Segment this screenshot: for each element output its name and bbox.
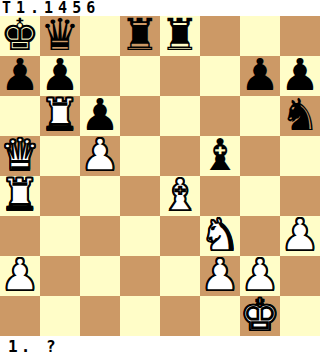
piece-black-pawn: ♟ — [0, 55, 39, 95]
square-d2[interactable] — [120, 256, 160, 296]
square-g1[interactable]: ♚ — [240, 296, 280, 336]
square-e6[interactable] — [160, 96, 200, 136]
square-a2[interactable]: ♟ — [0, 256, 40, 296]
square-b6[interactable]: ♜ — [40, 96, 80, 136]
square-b1[interactable] — [40, 296, 80, 336]
piece-white-rook: ♜ — [0, 175, 39, 215]
square-d4[interactable] — [120, 176, 160, 216]
square-f5[interactable]: ♝ — [200, 136, 240, 176]
piece-white-pawn: ♟ — [80, 135, 119, 175]
square-g4[interactable] — [240, 176, 280, 216]
square-c4[interactable] — [80, 176, 120, 216]
square-h2[interactable] — [280, 256, 320, 296]
square-b5[interactable] — [40, 136, 80, 176]
square-c5[interactable]: ♟ — [80, 136, 120, 176]
piece-black-pawn: ♟ — [240, 55, 279, 95]
square-e8[interactable]: ♜ — [160, 16, 200, 56]
square-g7[interactable]: ♟ — [240, 56, 280, 96]
square-e3[interactable] — [160, 216, 200, 256]
square-h1[interactable] — [280, 296, 320, 336]
square-e1[interactable] — [160, 296, 200, 336]
square-d7[interactable] — [120, 56, 160, 96]
piece-white-bishop: ♝ — [160, 175, 199, 215]
square-e7[interactable] — [160, 56, 200, 96]
square-d5[interactable] — [120, 136, 160, 176]
piece-black-knight: ♞ — [280, 95, 319, 135]
square-c8[interactable] — [80, 16, 120, 56]
chess-board: ♚♛♜♜♟♟♟♟♜♟♞♛♟♝♜♝♞♟♟♟♟♚ — [0, 16, 320, 336]
square-c1[interactable] — [80, 296, 120, 336]
square-h6[interactable]: ♞ — [280, 96, 320, 136]
square-f7[interactable] — [200, 56, 240, 96]
piece-black-bishop: ♝ — [200, 135, 239, 175]
square-f8[interactable] — [200, 16, 240, 56]
square-b4[interactable] — [40, 176, 80, 216]
square-d3[interactable] — [120, 216, 160, 256]
square-c2[interactable] — [80, 256, 120, 296]
piece-black-rook: ♜ — [160, 15, 199, 55]
square-e4[interactable]: ♝ — [160, 176, 200, 216]
piece-white-pawn: ♟ — [280, 215, 319, 255]
square-f2[interactable]: ♟ — [200, 256, 240, 296]
square-a1[interactable] — [0, 296, 40, 336]
square-e2[interactable] — [160, 256, 200, 296]
square-h3[interactable]: ♟ — [280, 216, 320, 256]
piece-white-pawn: ♟ — [0, 255, 39, 295]
square-d8[interactable]: ♜ — [120, 16, 160, 56]
square-f1[interactable] — [200, 296, 240, 336]
square-c3[interactable] — [80, 216, 120, 256]
square-b3[interactable] — [40, 216, 80, 256]
square-d6[interactable] — [120, 96, 160, 136]
square-d1[interactable] — [120, 296, 160, 336]
piece-black-rook: ♜ — [120, 15, 159, 55]
piece-white-rook: ♜ — [40, 95, 79, 135]
square-a7[interactable]: ♟ — [0, 56, 40, 96]
piece-white-king: ♚ — [240, 295, 279, 335]
square-b2[interactable] — [40, 256, 80, 296]
piece-white-pawn: ♟ — [200, 255, 239, 295]
square-g6[interactable] — [240, 96, 280, 136]
square-g5[interactable] — [240, 136, 280, 176]
square-a4[interactable]: ♜ — [0, 176, 40, 216]
square-h5[interactable] — [280, 136, 320, 176]
